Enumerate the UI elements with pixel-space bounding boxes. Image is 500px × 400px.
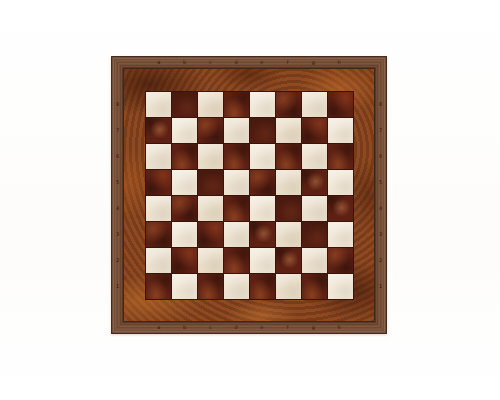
file-labels-top: abcdefgh (146, 56, 352, 69)
file-label-f: f (275, 56, 301, 69)
square-e8[interactable] (250, 92, 275, 117)
file-label-a: a (146, 56, 172, 69)
squares-grid (145, 91, 354, 300)
rank-label-7: 7 (111, 117, 124, 143)
file-label-h: h (326, 56, 352, 69)
rank-label-2: 2 (374, 247, 387, 273)
square-c2[interactable] (198, 248, 223, 273)
file-labels-bottom: abcdefgh (146, 321, 352, 334)
file-label-d: d (223, 56, 249, 69)
rank-label-2: 2 (111, 247, 124, 273)
square-d8[interactable] (224, 92, 249, 117)
file-label-e: e (249, 321, 275, 334)
square-a8[interactable] (146, 92, 171, 117)
square-b6[interactable] (172, 144, 197, 169)
square-d1[interactable] (224, 274, 249, 299)
square-b8[interactable] (172, 92, 197, 117)
square-f1[interactable] (276, 274, 301, 299)
rank-label-4: 4 (111, 195, 124, 221)
rank-label-3: 3 (374, 221, 387, 247)
square-d5[interactable] (224, 170, 249, 195)
square-f6[interactable] (276, 144, 301, 169)
square-g8[interactable] (302, 92, 327, 117)
square-f8[interactable] (276, 92, 301, 117)
square-h2[interactable] (328, 248, 353, 273)
square-b5[interactable] (172, 170, 197, 195)
square-c3[interactable] (198, 222, 223, 247)
square-a2[interactable] (146, 248, 171, 273)
file-label-b: b (172, 321, 198, 334)
square-g6[interactable] (302, 144, 327, 169)
square-a3[interactable] (146, 222, 171, 247)
file-label-c: c (198, 321, 224, 334)
file-label-a: a (146, 321, 172, 334)
file-label-h: h (326, 321, 352, 334)
file-label-f: f (275, 321, 301, 334)
rank-label-5: 5 (111, 169, 124, 195)
square-e5[interactable] (250, 170, 275, 195)
square-h1[interactable] (328, 274, 353, 299)
square-b7[interactable] (172, 118, 197, 143)
rank-labels-right: 87654321 (374, 91, 387, 299)
square-h4[interactable] (328, 196, 353, 221)
square-b4[interactable] (172, 196, 197, 221)
chess-board: abcdefgh abcdefgh 87654321 87654321 (111, 56, 387, 334)
square-b3[interactable] (172, 222, 197, 247)
square-f3[interactable] (276, 222, 301, 247)
square-f5[interactable] (276, 170, 301, 195)
square-g3[interactable] (302, 222, 327, 247)
square-g1[interactable] (302, 274, 327, 299)
square-e6[interactable] (250, 144, 275, 169)
rank-label-1: 1 (111, 273, 124, 299)
square-c6[interactable] (198, 144, 223, 169)
product-photo-background: abcdefgh abcdefgh 87654321 87654321 (0, 0, 500, 400)
rank-label-7: 7 (374, 117, 387, 143)
square-d7[interactable] (224, 118, 249, 143)
square-h8[interactable] (328, 92, 353, 117)
square-a7[interactable] (146, 118, 171, 143)
board-frame-left: 87654321 (111, 56, 124, 334)
rank-label-6: 6 (111, 143, 124, 169)
square-c5[interactable] (198, 170, 223, 195)
square-e7[interactable] (250, 118, 275, 143)
square-f7[interactable] (276, 118, 301, 143)
square-c4[interactable] (198, 196, 223, 221)
square-h6[interactable] (328, 144, 353, 169)
file-label-g: g (301, 56, 327, 69)
square-a5[interactable] (146, 170, 171, 195)
rank-label-3: 3 (111, 221, 124, 247)
square-g2[interactable] (302, 248, 327, 273)
square-d3[interactable] (224, 222, 249, 247)
file-label-c: c (198, 56, 224, 69)
square-b2[interactable] (172, 248, 197, 273)
square-g5[interactable] (302, 170, 327, 195)
board-frame-bottom: abcdefgh (111, 321, 387, 334)
square-a4[interactable] (146, 196, 171, 221)
square-h7[interactable] (328, 118, 353, 143)
square-d6[interactable] (224, 144, 249, 169)
rank-label-6: 6 (374, 143, 387, 169)
square-e1[interactable] (250, 274, 275, 299)
square-e4[interactable] (250, 196, 275, 221)
square-c7[interactable] (198, 118, 223, 143)
square-f4[interactable] (276, 196, 301, 221)
rank-label-1: 1 (374, 273, 387, 299)
square-g7[interactable] (302, 118, 327, 143)
rank-label-8: 8 (111, 91, 124, 117)
square-h3[interactable] (328, 222, 353, 247)
board-frame-right: 87654321 (374, 56, 387, 334)
square-d4[interactable] (224, 196, 249, 221)
square-c8[interactable] (198, 92, 223, 117)
board-inner-field (124, 69, 374, 321)
file-label-g: g (301, 321, 327, 334)
file-label-e: e (249, 56, 275, 69)
rank-labels-left: 87654321 (111, 91, 124, 299)
square-c1[interactable] (198, 274, 223, 299)
square-e3[interactable] (250, 222, 275, 247)
rank-label-5: 5 (374, 169, 387, 195)
file-label-d: d (223, 321, 249, 334)
square-b1[interactable] (172, 274, 197, 299)
square-g4[interactable] (302, 196, 327, 221)
square-h5[interactable] (328, 170, 353, 195)
rank-label-8: 8 (374, 91, 387, 117)
file-label-b: b (172, 56, 198, 69)
square-a6[interactable] (146, 144, 171, 169)
square-a1[interactable] (146, 274, 171, 299)
rank-label-4: 4 (374, 195, 387, 221)
square-d2[interactable] (224, 248, 249, 273)
square-f2[interactable] (276, 248, 301, 273)
square-e2[interactable] (250, 248, 275, 273)
board-frame-top: abcdefgh (111, 56, 387, 69)
